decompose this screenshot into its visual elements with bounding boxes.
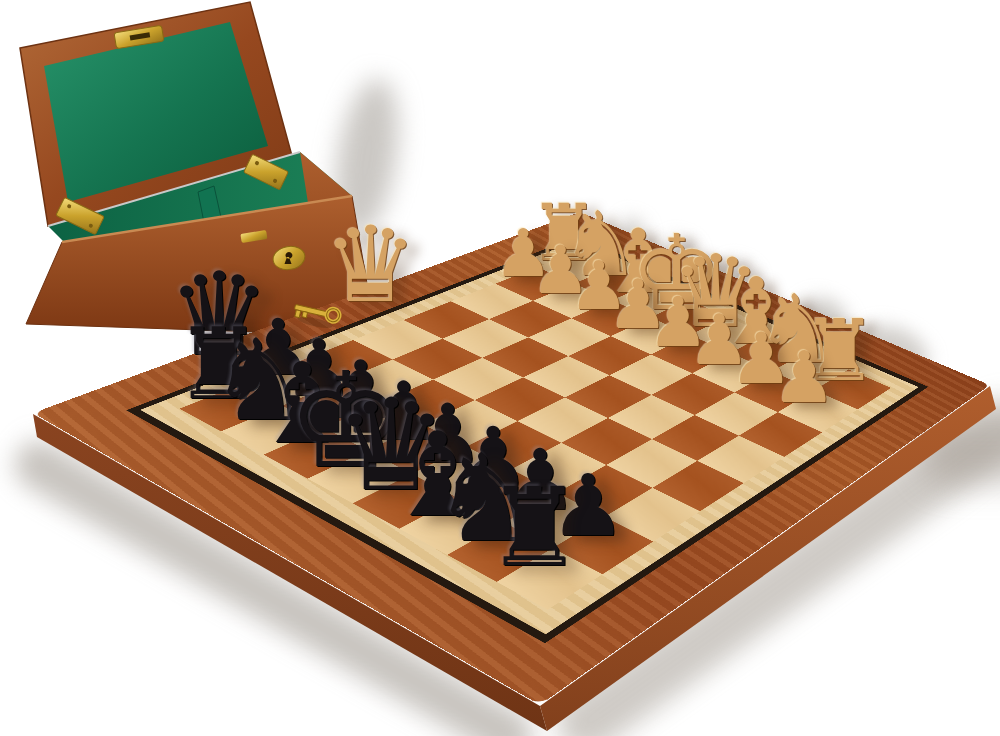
- brass-key: [291, 297, 347, 331]
- product-photo-scene: ♜♞♝♛♚♝♞♜♟♟♟♟♟♟♟♟♟♟♟♟♟♟♟♟♜♞♝♛♚♝♞♜♛♛: [0, 0, 1000, 736]
